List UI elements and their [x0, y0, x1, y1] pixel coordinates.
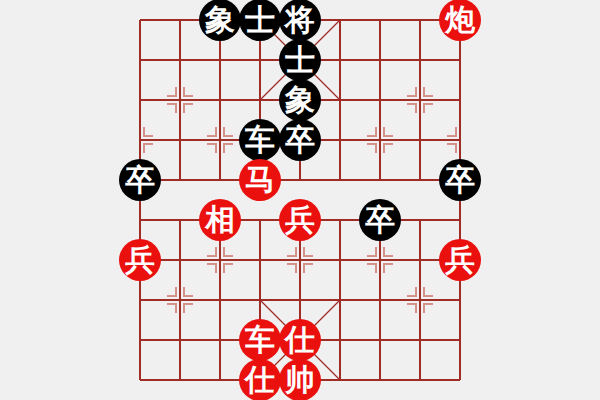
piece-red-advisor[interactable]: 仕: [279, 319, 321, 361]
board-cell-c10: 象: [200, 0, 240, 40]
board-cell-c5: 相: [200, 200, 240, 240]
piece-black-general[interactable]: 将: [279, 0, 321, 41]
board-cell-e7: 卒: [280, 120, 320, 160]
board-cell-d1: 仕: [240, 360, 280, 400]
board-cell-e5: 兵: [280, 200, 320, 240]
piece-black-advisor[interactable]: 士: [239, 0, 281, 41]
board-cell-a4: 兵: [120, 240, 160, 280]
piece-black-elephant[interactable]: 象: [199, 0, 241, 41]
piece-red-soldier[interactable]: 兵: [439, 239, 481, 281]
board-cell-i4: 兵: [440, 240, 480, 280]
piece-red-soldier[interactable]: 兵: [119, 239, 161, 281]
piece-red-advisor[interactable]: 仕: [239, 359, 281, 400]
piece-layer: 象士将炮士象车卒卒马卒相兵卒兵兵车仕仕帅: [120, 0, 480, 400]
board-cell-e9: 士: [280, 40, 320, 80]
piece-black-chariot[interactable]: 车: [239, 119, 281, 161]
piece-red-horse[interactable]: 马: [239, 159, 281, 201]
board-cell-d2: 车: [240, 320, 280, 360]
piece-black-soldier[interactable]: 卒: [119, 159, 161, 201]
piece-red-elephant[interactable]: 相: [199, 199, 241, 241]
board-cell-i6: 卒: [440, 160, 480, 200]
piece-red-chariot[interactable]: 车: [239, 319, 281, 361]
board-cell-g5: 卒: [360, 200, 400, 240]
board-cell-i10: 炮: [440, 0, 480, 40]
piece-black-advisor[interactable]: 士: [279, 39, 321, 81]
board-cell-d6: 马: [240, 160, 280, 200]
board-cell-e1: 帅: [280, 360, 320, 400]
piece-black-soldier[interactable]: 卒: [279, 119, 321, 161]
xiangqi-diagram: 象士将炮士象车卒卒马卒相兵卒兵兵车仕仕帅: [0, 0, 600, 400]
piece-black-soldier[interactable]: 卒: [439, 159, 481, 201]
board-cell-a6: 卒: [120, 160, 160, 200]
board-cell-e8: 象: [280, 80, 320, 120]
board-cell-d7: 车: [240, 120, 280, 160]
piece-black-elephant[interactable]: 象: [279, 79, 321, 121]
piece-red-soldier[interactable]: 兵: [279, 199, 321, 241]
piece-red-cannon[interactable]: 炮: [439, 0, 481, 41]
board-cell-e2: 仕: [280, 320, 320, 360]
board-cell-d10: 士: [240, 0, 280, 40]
board-cell-e10: 将: [280, 0, 320, 40]
piece-black-soldier[interactable]: 卒: [359, 199, 401, 241]
piece-red-general[interactable]: 帅: [279, 359, 321, 400]
